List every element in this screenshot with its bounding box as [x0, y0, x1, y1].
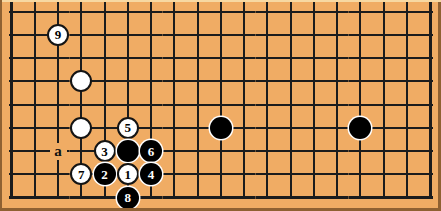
board-intersection: [325, 23, 348, 46]
board-intersection: [0, 46, 23, 69]
board-intersection: [349, 23, 372, 46]
board-intersection: [302, 186, 325, 209]
board-intersection: [0, 163, 23, 186]
board-intersection: [163, 23, 186, 46]
black-stone-G2: 4: [140, 163, 162, 185]
board-intersection: [279, 139, 302, 162]
black-stone-Q4: [349, 117, 371, 139]
board-intersection: [372, 93, 395, 116]
board-intersection: [163, 139, 186, 162]
board-intersection: [325, 163, 348, 186]
board-intersection: [395, 139, 418, 162]
board-intersection: [139, 70, 162, 93]
board-intersection: [349, 163, 372, 186]
board-intersection: [256, 70, 279, 93]
board-intersection: [279, 46, 302, 69]
board-intersection: [0, 116, 23, 139]
board-intersection: [0, 0, 23, 23]
board-intersection: [93, 70, 116, 93]
board-intersection: [372, 70, 395, 93]
board-intersection: [0, 139, 23, 162]
board-intersection: [163, 163, 186, 186]
board-intersection: [395, 70, 418, 93]
board-intersection: [209, 46, 232, 69]
go-board-grid: 95a3672148: [0, 0, 441, 209]
board-intersection: [46, 46, 69, 69]
board-intersection: [46, 0, 69, 23]
white-stone-F4: 5: [117, 117, 139, 139]
board-intersection: [232, 23, 255, 46]
board-intersection: [46, 116, 69, 139]
board-intersection: [139, 0, 162, 23]
board-intersection: [395, 93, 418, 116]
board-intersection: [93, 93, 116, 116]
board-intersection: [232, 93, 255, 116]
board-intersection: 7: [70, 163, 93, 186]
board-intersection: [70, 93, 93, 116]
board-intersection: [93, 23, 116, 46]
board-intersection: [279, 23, 302, 46]
board-intersection: [163, 46, 186, 69]
board-intersection: [349, 186, 372, 209]
board-intersection: [325, 186, 348, 209]
board-intersection: [0, 23, 23, 46]
board-intersection: [209, 23, 232, 46]
board-intersection: [0, 186, 23, 209]
black-stone-K4: [210, 117, 232, 139]
board-intersection: [70, 139, 93, 162]
board-intersection: [46, 186, 69, 209]
board-intersection: [116, 70, 139, 93]
board-intersection: [209, 163, 232, 186]
board-intersection: [23, 116, 46, 139]
board-intersection: [372, 0, 395, 23]
black-stone-G3: 6: [140, 140, 162, 162]
white-stone-E3: 3: [94, 140, 116, 162]
board-intersection: [139, 46, 162, 69]
board-intersection: [139, 116, 162, 139]
board-intersection: [302, 163, 325, 186]
board-intersection: 8: [116, 186, 139, 209]
board-intersection: [256, 23, 279, 46]
board-intersection: [116, 23, 139, 46]
board-intersection: [372, 23, 395, 46]
board-intersection: [256, 0, 279, 23]
board-intersection: [23, 23, 46, 46]
board-intersection: [302, 139, 325, 162]
board-intersection: [186, 70, 209, 93]
board-intersection: 3: [93, 139, 116, 162]
frame-bottom-edge: [0, 208, 441, 211]
board-intersection: [395, 46, 418, 69]
board-intersection: [139, 186, 162, 209]
board-intersection: [209, 70, 232, 93]
board-intersection: [302, 0, 325, 23]
board-intersection: [163, 70, 186, 93]
board-intersection: [23, 0, 46, 23]
board-intersection: [23, 163, 46, 186]
board-intersection: 5: [116, 116, 139, 139]
board-intersection: [349, 46, 372, 69]
board-intersection: [209, 93, 232, 116]
board-intersection: [256, 46, 279, 69]
board-intersection: [302, 116, 325, 139]
board-intersection: 9: [46, 23, 69, 46]
frame-top-edge: [0, 0, 441, 2]
board-intersection: [209, 0, 232, 23]
black-stone-F1: 8: [117, 187, 139, 209]
black-stone-F3: [117, 140, 139, 162]
board-intersection: [256, 163, 279, 186]
board-intersection: 6: [139, 139, 162, 162]
board-intersection: [70, 46, 93, 69]
board-intersection: [70, 23, 93, 46]
board-intersection: [116, 46, 139, 69]
board-intersection: [325, 93, 348, 116]
board-intersection: [70, 186, 93, 209]
board-intersection: [186, 23, 209, 46]
board-intersection: [46, 70, 69, 93]
board-intersection: [93, 186, 116, 209]
board-intersection: [279, 116, 302, 139]
board-intersection: [325, 0, 348, 23]
board-intersection: [349, 93, 372, 116]
board-intersection: [23, 93, 46, 116]
board-intersection: [372, 116, 395, 139]
board-intersection: [93, 116, 116, 139]
board-intersection: [256, 93, 279, 116]
board-intersection: [116, 93, 139, 116]
board-intersection: [232, 0, 255, 23]
board-intersection: a: [46, 139, 69, 162]
board-intersection: [232, 116, 255, 139]
board-intersection: [186, 93, 209, 116]
board-intersection: [0, 93, 23, 116]
board-intersection: [163, 93, 186, 116]
board-intersection: [256, 139, 279, 162]
board-intersection: [302, 70, 325, 93]
board-intersection: [23, 70, 46, 93]
board-intersection: 4: [139, 163, 162, 186]
board-intersection: [186, 139, 209, 162]
board-intersection: [349, 0, 372, 23]
board-intersection: [372, 46, 395, 69]
board-intersection: [349, 70, 372, 93]
board-intersection: [93, 0, 116, 23]
board-intersection: [232, 70, 255, 93]
board-intersection: [279, 186, 302, 209]
board-intersection: 2: [93, 163, 116, 186]
board-intersection: [93, 46, 116, 69]
white-stone-C8: 9: [47, 24, 69, 46]
board-intersection: [395, 23, 418, 46]
board-intersection: [395, 116, 418, 139]
board-intersection: [372, 139, 395, 162]
board-intersection: [232, 186, 255, 209]
board-intersection: [186, 186, 209, 209]
board-intersection: [139, 23, 162, 46]
board-intersection: [232, 46, 255, 69]
board-intersection: [209, 139, 232, 162]
black-stone-E2: 2: [94, 163, 116, 185]
board-intersection: [23, 139, 46, 162]
board-intersection: [139, 93, 162, 116]
board-intersection: [209, 186, 232, 209]
board-intersection: [23, 46, 46, 69]
board-intersection: [163, 186, 186, 209]
board-intersection: [349, 116, 372, 139]
board-intersection: [186, 163, 209, 186]
board-intersection: [232, 139, 255, 162]
board-intersection: [279, 0, 302, 23]
board-intersection: [349, 139, 372, 162]
board-intersection: [46, 93, 69, 116]
board-intersection: [70, 116, 93, 139]
white-stone-D6: [70, 70, 92, 92]
board-intersection: 1: [116, 163, 139, 186]
board-intersection: [70, 0, 93, 23]
board-intersection: [209, 116, 232, 139]
board-intersection: [46, 163, 69, 186]
white-stone-D4: [70, 117, 92, 139]
board-intersection: [279, 93, 302, 116]
board-intersection: [163, 0, 186, 23]
board-intersection: [186, 116, 209, 139]
board-intersection: [279, 70, 302, 93]
board-intersection: [325, 116, 348, 139]
board-intersection: [163, 116, 186, 139]
board-intersection: [256, 186, 279, 209]
board-intersection: [372, 186, 395, 209]
board-intersection: [395, 186, 418, 209]
board-intersection: [372, 163, 395, 186]
board-intersection: [279, 163, 302, 186]
white-stone-F2: 1: [117, 163, 139, 185]
board-intersection: [232, 163, 255, 186]
board-intersection: [186, 46, 209, 69]
board-intersection: [395, 163, 418, 186]
board-intersection: [23, 186, 46, 209]
frame-left-edge: [0, 0, 2, 211]
go-board: 95a3672148: [0, 0, 441, 211]
white-stone-D2: 7: [70, 163, 92, 185]
board-intersection: [325, 139, 348, 162]
board-intersection: [395, 0, 418, 23]
board-intersection: [186, 0, 209, 23]
board-intersection: [116, 0, 139, 23]
board-intersection: [0, 70, 23, 93]
board-intersection: [70, 70, 93, 93]
board-intersection: [325, 46, 348, 69]
board-intersection: [302, 93, 325, 116]
board-intersection: [302, 23, 325, 46]
board-intersection: [302, 46, 325, 69]
board-intersection: [256, 116, 279, 139]
board-intersection: [325, 70, 348, 93]
point-label-a: a: [50, 143, 67, 160]
board-intersection: [116, 139, 139, 162]
